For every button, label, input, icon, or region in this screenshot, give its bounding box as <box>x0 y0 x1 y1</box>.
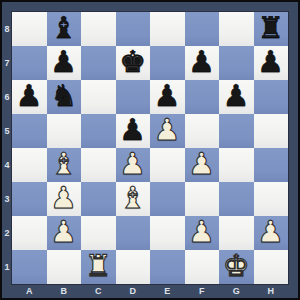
black-pawn: ♟ <box>257 47 284 77</box>
rank-label-8: 8 <box>2 12 12 46</box>
square-e3[interactable] <box>150 182 185 216</box>
file-labels: ABCDEFGH <box>12 284 288 297</box>
chess-board: ♝♜♟♚♟♟♟♞♟♟♟♟♝♟♟♟♝♟♟♟♜♚ <box>12 12 288 284</box>
black-pawn: ♟ <box>154 81 181 111</box>
square-e1[interactable] <box>150 250 185 284</box>
square-g8[interactable] <box>219 12 254 46</box>
square-a5[interactable] <box>12 114 47 148</box>
black-pawn: ♟ <box>16 81 43 111</box>
square-a4[interactable] <box>12 148 47 182</box>
file-label-h: H <box>254 284 289 297</box>
black-pawn: ♟ <box>188 47 215 77</box>
white-bishop: ♝ <box>119 183 146 213</box>
file-label-c: C <box>81 284 116 297</box>
square-e6[interactable]: ♟ <box>150 80 185 114</box>
square-e7[interactable] <box>150 46 185 80</box>
square-f7[interactable]: ♟ <box>185 46 220 80</box>
square-h1[interactable] <box>254 250 289 284</box>
white-pawn: ♟ <box>257 217 284 247</box>
square-c6[interactable] <box>81 80 116 114</box>
white-pawn: ♟ <box>154 115 181 145</box>
square-b1[interactable] <box>47 250 82 284</box>
white-pawn: ♟ <box>119 149 146 179</box>
rank-label-1: 1 <box>2 250 12 284</box>
square-c8[interactable] <box>81 12 116 46</box>
square-c2[interactable] <box>81 216 116 250</box>
square-a1[interactable] <box>12 250 47 284</box>
square-d7[interactable]: ♚ <box>116 46 151 80</box>
square-d2[interactable] <box>116 216 151 250</box>
square-h6[interactable] <box>254 80 289 114</box>
white-pawn: ♟ <box>50 183 77 213</box>
black-rook: ♜ <box>257 13 284 43</box>
square-d6[interactable] <box>116 80 151 114</box>
black-pawn: ♟ <box>50 47 77 77</box>
square-h5[interactable] <box>254 114 289 148</box>
white-pawn: ♟ <box>188 149 215 179</box>
square-b6[interactable]: ♞ <box>47 80 82 114</box>
white-pawn: ♟ <box>188 217 215 247</box>
square-h3[interactable] <box>254 182 289 216</box>
square-f3[interactable] <box>185 182 220 216</box>
square-h7[interactable]: ♟ <box>254 46 289 80</box>
square-f2[interactable]: ♟ <box>185 216 220 250</box>
square-f5[interactable] <box>185 114 220 148</box>
square-c4[interactable] <box>81 148 116 182</box>
square-a2[interactable] <box>12 216 47 250</box>
square-h2[interactable]: ♟ <box>254 216 289 250</box>
square-e2[interactable] <box>150 216 185 250</box>
square-a7[interactable] <box>12 46 47 80</box>
square-e5[interactable]: ♟ <box>150 114 185 148</box>
rank-label-4: 4 <box>2 148 12 182</box>
rank-label-6: 6 <box>2 80 12 114</box>
square-b3[interactable]: ♟ <box>47 182 82 216</box>
square-h4[interactable] <box>254 148 289 182</box>
square-g4[interactable] <box>219 148 254 182</box>
white-pawn: ♟ <box>50 217 77 247</box>
square-g6[interactable]: ♟ <box>219 80 254 114</box>
square-c3[interactable] <box>81 182 116 216</box>
rank-labels: 87654321 <box>2 12 12 284</box>
white-bishop: ♝ <box>50 149 77 179</box>
file-label-d: D <box>116 284 151 297</box>
square-g3[interactable] <box>219 182 254 216</box>
square-c5[interactable] <box>81 114 116 148</box>
square-d8[interactable] <box>116 12 151 46</box>
rank-label-2: 2 <box>2 216 12 250</box>
rank-label-7: 7 <box>2 46 12 80</box>
square-b4[interactable]: ♝ <box>47 148 82 182</box>
square-d3[interactable]: ♝ <box>116 182 151 216</box>
square-a8[interactable] <box>12 12 47 46</box>
square-h8[interactable]: ♜ <box>254 12 289 46</box>
file-label-b: B <box>47 284 82 297</box>
black-knight: ♞ <box>50 81 77 111</box>
square-a6[interactable]: ♟ <box>12 80 47 114</box>
file-label-a: A <box>12 284 47 297</box>
black-pawn: ♟ <box>119 115 146 145</box>
square-f8[interactable] <box>185 12 220 46</box>
chess-diagram: 87654321 ABCDEFGH ♝♜♟♚♟♟♟♞♟♟♟♟♝♟♟♟♝♟♟♟♜♚ <box>0 0 300 300</box>
square-b8[interactable]: ♝ <box>47 12 82 46</box>
square-g5[interactable] <box>219 114 254 148</box>
square-g1[interactable]: ♚ <box>219 250 254 284</box>
rank-label-5: 5 <box>2 114 12 148</box>
square-e4[interactable] <box>150 148 185 182</box>
square-b2[interactable]: ♟ <box>47 216 82 250</box>
file-label-e: E <box>150 284 185 297</box>
rank-label-3: 3 <box>2 182 12 216</box>
square-e8[interactable] <box>150 12 185 46</box>
square-c7[interactable] <box>81 46 116 80</box>
file-label-g: G <box>219 284 254 297</box>
square-f4[interactable]: ♟ <box>185 148 220 182</box>
white-rook: ♜ <box>85 251 112 281</box>
black-bishop: ♝ <box>50 13 77 43</box>
square-d1[interactable] <box>116 250 151 284</box>
square-g2[interactable] <box>219 216 254 250</box>
square-b7[interactable]: ♟ <box>47 46 82 80</box>
black-king: ♚ <box>119 47 146 77</box>
square-d4[interactable]: ♟ <box>116 148 151 182</box>
square-c1[interactable]: ♜ <box>81 250 116 284</box>
black-pawn: ♟ <box>223 81 250 111</box>
square-d5[interactable]: ♟ <box>116 114 151 148</box>
file-label-f: F <box>185 284 220 297</box>
square-f6[interactable] <box>185 80 220 114</box>
square-g7[interactable] <box>219 46 254 80</box>
square-f1[interactable] <box>185 250 220 284</box>
square-a3[interactable] <box>12 182 47 216</box>
square-b5[interactable] <box>47 114 82 148</box>
white-king: ♚ <box>223 251 250 281</box>
